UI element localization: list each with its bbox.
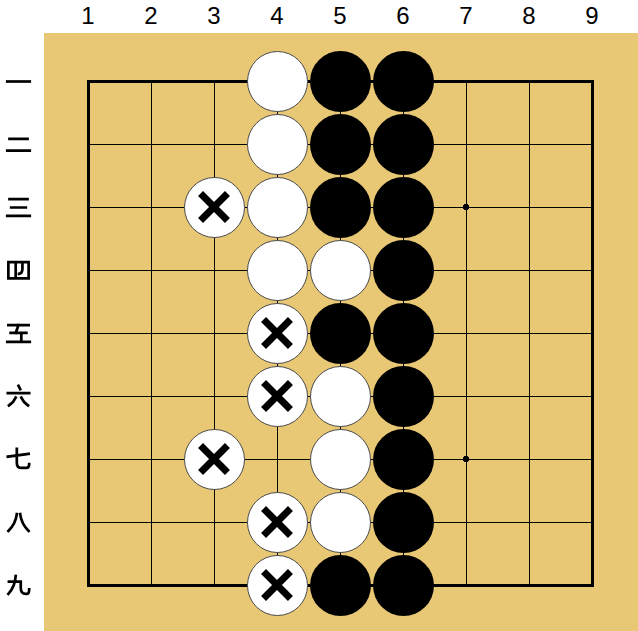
intersection[interactable] bbox=[561, 554, 624, 617]
column-label: 9 bbox=[561, 0, 624, 30]
intersection[interactable] bbox=[561, 176, 624, 239]
intersection[interactable] bbox=[246, 428, 309, 491]
black-stone bbox=[373, 240, 434, 301]
black-stone bbox=[310, 51, 371, 112]
intersection[interactable] bbox=[183, 50, 246, 113]
intersection[interactable] bbox=[57, 50, 120, 113]
intersection[interactable] bbox=[57, 113, 120, 176]
column-label: 7 bbox=[435, 0, 498, 30]
column-label: 8 bbox=[498, 0, 561, 30]
intersection[interactable] bbox=[183, 302, 246, 365]
black-stone bbox=[373, 177, 434, 238]
black-stone bbox=[373, 492, 434, 553]
intersection[interactable] bbox=[183, 554, 246, 617]
x-mark bbox=[185, 178, 244, 237]
black-stone bbox=[373, 303, 434, 364]
board-intersections bbox=[57, 50, 624, 617]
intersection[interactable] bbox=[309, 113, 372, 176]
intersection[interactable] bbox=[498, 491, 561, 554]
intersection[interactable] bbox=[309, 491, 372, 554]
white-stone bbox=[310, 429, 371, 490]
intersection[interactable] bbox=[561, 50, 624, 113]
intersection[interactable] bbox=[372, 176, 435, 239]
intersection[interactable] bbox=[309, 428, 372, 491]
intersection[interactable] bbox=[561, 365, 624, 428]
column-label: 6 bbox=[372, 0, 435, 30]
white-stone-marked bbox=[247, 555, 308, 616]
intersection[interactable] bbox=[498, 302, 561, 365]
white-stone bbox=[310, 492, 371, 553]
column-labels: 123456789 bbox=[57, 0, 624, 30]
intersection[interactable] bbox=[57, 239, 120, 302]
intersection[interactable] bbox=[435, 554, 498, 617]
intersection[interactable] bbox=[372, 428, 435, 491]
intersection[interactable] bbox=[435, 50, 498, 113]
black-stone bbox=[373, 429, 434, 490]
intersection[interactable] bbox=[309, 302, 372, 365]
x-mark bbox=[248, 367, 307, 426]
intersection[interactable] bbox=[561, 113, 624, 176]
intersection[interactable] bbox=[57, 554, 120, 617]
row-label bbox=[0, 176, 36, 239]
white-stone bbox=[310, 240, 371, 301]
intersection[interactable] bbox=[561, 302, 624, 365]
intersection[interactable] bbox=[246, 239, 309, 302]
intersection[interactable] bbox=[120, 491, 183, 554]
row-label bbox=[0, 50, 36, 113]
x-mark bbox=[248, 304, 307, 363]
white-stone-marked bbox=[247, 492, 308, 553]
white-stone bbox=[247, 114, 308, 175]
intersection[interactable] bbox=[57, 176, 120, 239]
intersection[interactable] bbox=[309, 365, 372, 428]
intersection[interactable] bbox=[120, 554, 183, 617]
intersection[interactable] bbox=[246, 302, 309, 365]
column-label: 3 bbox=[183, 0, 246, 30]
intersection[interactable] bbox=[183, 491, 246, 554]
column-label: 2 bbox=[120, 0, 183, 30]
white-stone bbox=[247, 177, 308, 238]
intersection[interactable] bbox=[309, 554, 372, 617]
white-stone bbox=[247, 240, 308, 301]
black-stone bbox=[310, 114, 371, 175]
black-stone bbox=[310, 177, 371, 238]
intersection[interactable] bbox=[561, 239, 624, 302]
x-mark bbox=[248, 556, 307, 615]
intersection[interactable] bbox=[561, 428, 624, 491]
intersection[interactable] bbox=[372, 491, 435, 554]
black-stone bbox=[373, 555, 434, 616]
row-label bbox=[0, 302, 36, 365]
intersection[interactable] bbox=[120, 176, 183, 239]
white-stone-marked bbox=[184, 429, 245, 490]
intersection[interactable] bbox=[372, 365, 435, 428]
intersection[interactable] bbox=[498, 428, 561, 491]
intersection[interactable] bbox=[183, 176, 246, 239]
intersection[interactable] bbox=[183, 113, 246, 176]
intersection[interactable] bbox=[498, 176, 561, 239]
intersection[interactable] bbox=[246, 50, 309, 113]
intersection[interactable] bbox=[309, 176, 372, 239]
column-label: 1 bbox=[57, 0, 120, 30]
row-label bbox=[0, 491, 36, 554]
intersection[interactable] bbox=[183, 239, 246, 302]
row-label bbox=[0, 428, 36, 491]
intersection[interactable] bbox=[246, 113, 309, 176]
white-stone bbox=[310, 366, 371, 427]
black-stone bbox=[310, 555, 371, 616]
intersection[interactable] bbox=[120, 50, 183, 113]
intersection[interactable] bbox=[309, 50, 372, 113]
intersection[interactable] bbox=[246, 365, 309, 428]
intersection[interactable] bbox=[372, 554, 435, 617]
go-diagram: 123456789 bbox=[0, 0, 638, 631]
intersection[interactable] bbox=[498, 50, 561, 113]
intersection[interactable] bbox=[120, 239, 183, 302]
intersection[interactable] bbox=[372, 113, 435, 176]
black-stone bbox=[373, 51, 434, 112]
intersection[interactable] bbox=[435, 302, 498, 365]
intersection[interactable] bbox=[498, 113, 561, 176]
black-stone bbox=[310, 303, 371, 364]
row-label bbox=[0, 239, 36, 302]
intersection[interactable] bbox=[498, 365, 561, 428]
white-stone-marked bbox=[247, 303, 308, 364]
intersection[interactable] bbox=[57, 428, 120, 491]
intersection[interactable] bbox=[246, 176, 309, 239]
black-stone bbox=[373, 366, 434, 427]
row-labels bbox=[0, 50, 36, 617]
intersection[interactable] bbox=[435, 491, 498, 554]
intersection[interactable] bbox=[435, 428, 498, 491]
intersection[interactable] bbox=[183, 365, 246, 428]
column-label: 4 bbox=[246, 0, 309, 30]
intersection[interactable] bbox=[120, 302, 183, 365]
x-mark bbox=[185, 430, 244, 489]
intersection[interactable] bbox=[372, 50, 435, 113]
intersection[interactable] bbox=[120, 113, 183, 176]
intersection[interactable] bbox=[120, 365, 183, 428]
black-stone bbox=[373, 114, 434, 175]
row-label bbox=[0, 113, 36, 176]
column-label: 5 bbox=[309, 0, 372, 30]
intersection[interactable] bbox=[435, 176, 498, 239]
white-stone-marked bbox=[247, 366, 308, 427]
intersection[interactable] bbox=[120, 428, 183, 491]
intersection[interactable] bbox=[435, 365, 498, 428]
intersection[interactable] bbox=[246, 554, 309, 617]
intersection[interactable] bbox=[435, 113, 498, 176]
intersection[interactable] bbox=[57, 302, 120, 365]
intersection[interactable] bbox=[57, 491, 120, 554]
intersection[interactable] bbox=[435, 239, 498, 302]
intersection[interactable] bbox=[561, 491, 624, 554]
intersection[interactable] bbox=[309, 239, 372, 302]
intersection[interactable] bbox=[498, 239, 561, 302]
intersection[interactable] bbox=[183, 428, 246, 491]
intersection[interactable] bbox=[246, 491, 309, 554]
intersection[interactable] bbox=[372, 239, 435, 302]
white-stone-marked bbox=[184, 177, 245, 238]
intersection[interactable] bbox=[372, 302, 435, 365]
intersection[interactable] bbox=[498, 554, 561, 617]
row-label bbox=[0, 365, 36, 428]
x-mark bbox=[248, 493, 307, 552]
white-stone bbox=[247, 51, 308, 112]
intersection[interactable] bbox=[57, 365, 120, 428]
row-label bbox=[0, 554, 36, 617]
